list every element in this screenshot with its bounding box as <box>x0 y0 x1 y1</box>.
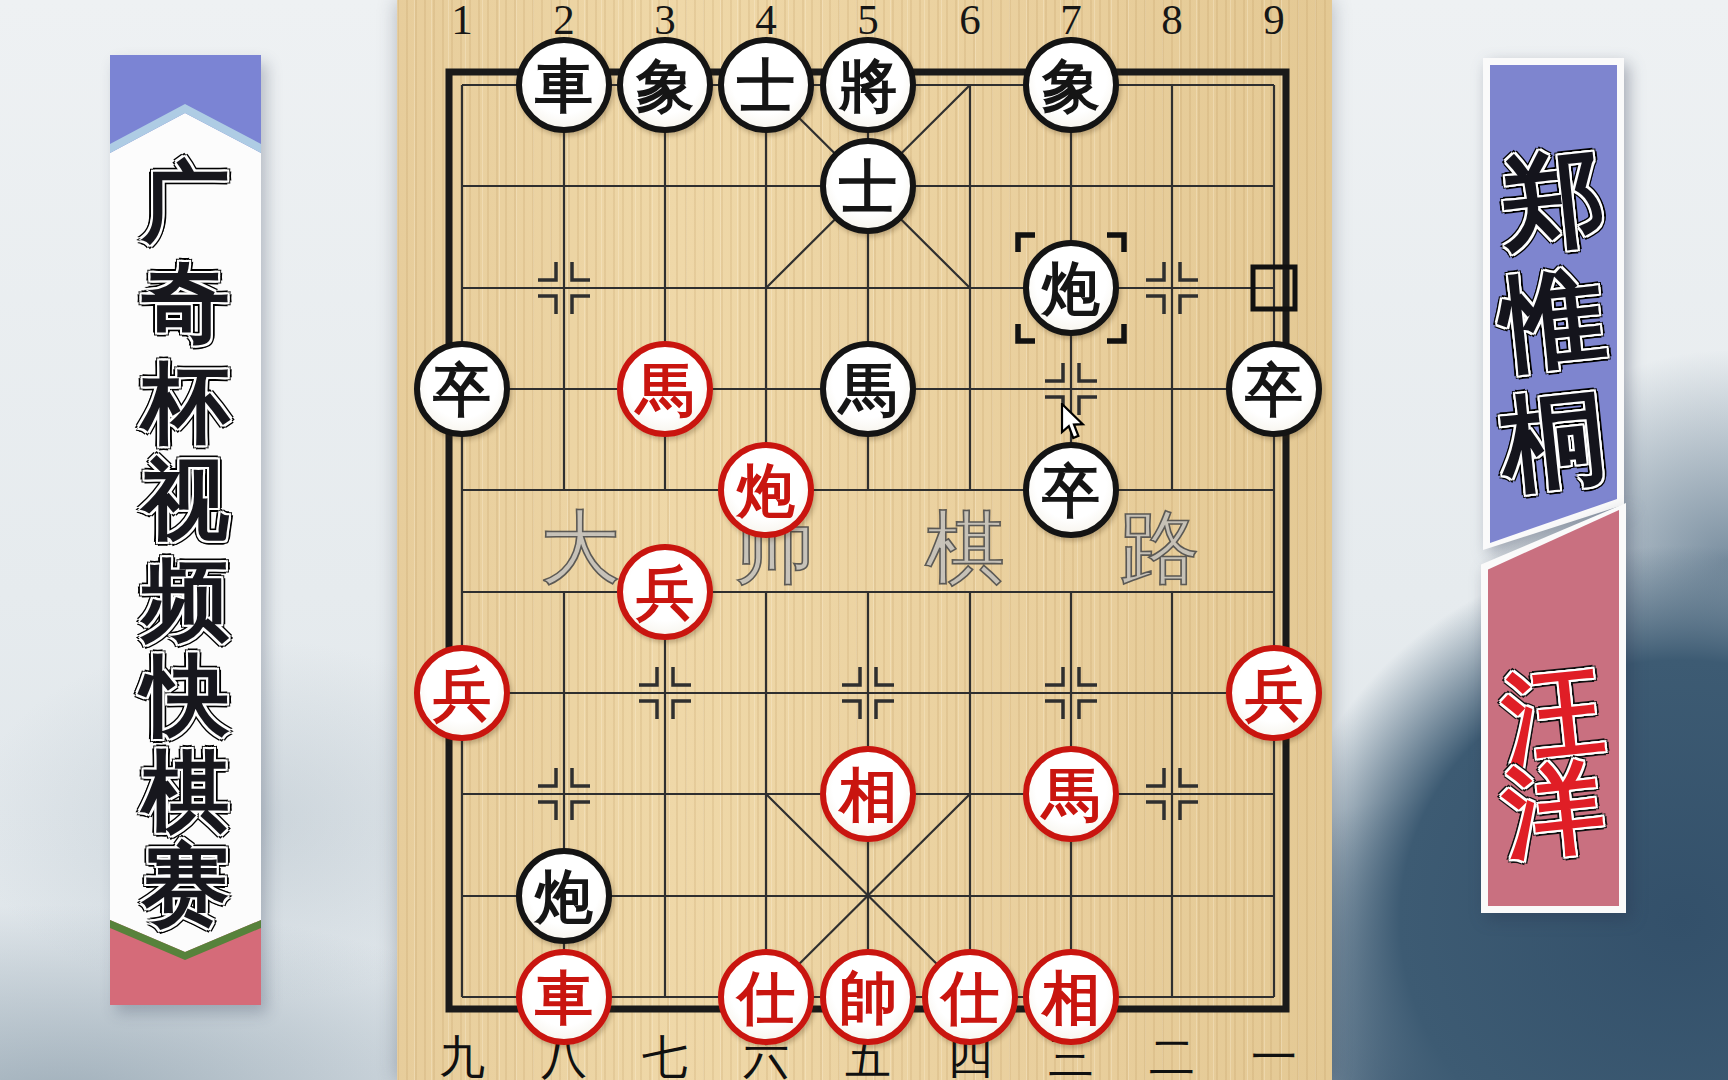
piece-black[interactable]: 車 <box>516 37 612 133</box>
file-label-top: 3 <box>637 0 693 42</box>
player-bottom-name-char: 洋 <box>1476 748 1632 873</box>
selected-piece-bracket <box>1018 324 1035 341</box>
piece-black[interactable]: 馬 <box>820 341 916 437</box>
watermark-char: 路 <box>1095 504 1225 592</box>
piece-glyph: 車 <box>535 57 593 115</box>
event-banner: 广 奇 杯 视 频 快 棋 赛 <box>110 55 261 1005</box>
piece-red[interactable]: 兵 <box>1226 645 1322 741</box>
piece-glyph: 卒 <box>1245 361 1303 419</box>
file-label-bottom: 二 <box>1140 1032 1204 1080</box>
piece-glyph: 兵 <box>1245 665 1303 723</box>
piece-red[interactable]: 相 <box>1023 949 1119 1045</box>
event-banner-char: 赛 <box>110 836 261 934</box>
piece-red[interactable]: 仕 <box>922 949 1018 1045</box>
piece-red[interactable]: 仕 <box>718 949 814 1045</box>
selected-piece-bracket <box>1018 235 1035 252</box>
event-banner-char: 广 <box>110 154 261 252</box>
piece-glyph: 象 <box>1042 57 1100 115</box>
piece-black-selected[interactable]: 炮 <box>1023 240 1119 336</box>
piece-glyph: 相 <box>1042 969 1100 1027</box>
piece-glyph: 帥 <box>839 969 897 1027</box>
event-banner-char: 视 <box>110 451 261 549</box>
piece-red[interactable]: 馬 <box>617 341 713 437</box>
piece-red[interactable]: 兵 <box>617 544 713 640</box>
piece-glyph: 炮 <box>535 868 593 926</box>
piece-glyph: 仕 <box>941 969 999 1027</box>
piece-black[interactable]: 卒 <box>414 341 510 437</box>
piece-glyph: 將 <box>839 57 897 115</box>
file-label-top: 4 <box>738 0 794 42</box>
event-banner-char: 杯 <box>110 354 261 452</box>
event-banner-char: 棋 <box>110 743 261 841</box>
selected-piece-bracket <box>1107 235 1124 252</box>
piece-glyph: 相 <box>839 766 897 824</box>
watermark-char: 棋 <box>900 504 1030 592</box>
piece-black[interactable]: 象 <box>617 37 713 133</box>
file-label-top: 8 <box>1144 0 1200 42</box>
piece-glyph: 卒 <box>1042 462 1100 520</box>
player-top-name-char: 郑 <box>1478 137 1630 263</box>
piece-glyph: 炮 <box>1042 260 1100 318</box>
player-top-name-char: 惟 <box>1478 257 1630 383</box>
piece-black[interactable]: 將 <box>820 37 916 133</box>
piece-red[interactable]: 馬 <box>1023 746 1119 842</box>
event-banner-char: 快 <box>110 647 261 745</box>
piece-red[interactable]: 炮 <box>718 442 814 538</box>
scene: 123456789九八七六五四三二一 大帅棋路 車象士將象士炮卒馬馬卒炮卒兵兵兵… <box>0 0 1728 1080</box>
piece-glyph: 兵 <box>636 564 694 622</box>
event-banner-top-chevron <box>110 55 261 155</box>
piece-glyph: 炮 <box>737 462 795 520</box>
file-label-top: 9 <box>1246 0 1302 42</box>
piece-red[interactable]: 兵 <box>414 645 510 741</box>
piece-glyph: 象 <box>636 57 694 115</box>
piece-red[interactable]: 車 <box>516 949 612 1045</box>
piece-black[interactable]: 象 <box>1023 37 1119 133</box>
piece-glyph: 卒 <box>433 361 491 419</box>
piece-glyph: 士 <box>839 158 897 216</box>
selected-piece-bracket <box>1107 324 1124 341</box>
mouse-cursor-icon <box>1060 403 1090 441</box>
file-label-bottom: 七 <box>633 1032 697 1080</box>
piece-black[interactable]: 卒 <box>1226 341 1322 437</box>
player-top-name-char: 桐 <box>1478 377 1630 503</box>
file-label-bottom: 九 <box>430 1032 494 1080</box>
file-label-top: 6 <box>942 0 998 42</box>
piece-glyph: 馬 <box>636 361 694 419</box>
piece-black[interactable]: 炮 <box>516 848 612 944</box>
piece-glyph: 士 <box>737 57 795 115</box>
event-banner-char: 频 <box>110 551 261 649</box>
piece-glyph: 馬 <box>1042 766 1100 824</box>
piece-red[interactable]: 帥 <box>820 949 916 1045</box>
file-label-top: 2 <box>536 0 592 42</box>
piece-glyph: 兵 <box>433 665 491 723</box>
file-label-top: 1 <box>434 0 490 42</box>
piece-glyph: 車 <box>535 969 593 1027</box>
player-banner-bottom: 汪 洋 <box>1481 503 1626 913</box>
piece-glyph: 仕 <box>737 969 795 1027</box>
piece-black[interactable]: 士 <box>820 138 916 234</box>
piece-red[interactable]: 相 <box>820 746 916 842</box>
file-label-bottom: 一 <box>1242 1032 1306 1080</box>
player-banner-top: 郑 惟 桐 <box>1483 58 1624 550</box>
file-label-top: 7 <box>1043 0 1099 42</box>
file-label-top: 5 <box>840 0 896 42</box>
piece-black[interactable]: 卒 <box>1023 442 1119 538</box>
piece-glyph: 馬 <box>839 361 897 419</box>
event-banner-char: 奇 <box>110 254 261 352</box>
piece-black[interactable]: 士 <box>718 37 814 133</box>
